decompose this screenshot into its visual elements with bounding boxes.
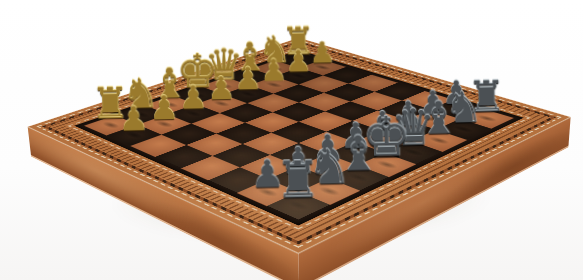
- camera-tilt-wrapper: ♜♟♟♜♞♟♟♞♝♟♟♝♛♟♟♛♚♟♟♚♝♟♟♝♞♟♟♞♜♟♟♜: [0, 0, 583, 280]
- piece-gold-pawn[interactable]: ♟: [94, 101, 172, 136]
- piece-silver-rook[interactable]: ♜: [253, 154, 344, 207]
- studio-photo: ♜♟♟♜♞♟♟♞♝♟♟♝♛♟♟♛♚♟♟♚♝♟♟♝♞♟♟♞♜♟♟♜: [0, 0, 583, 280]
